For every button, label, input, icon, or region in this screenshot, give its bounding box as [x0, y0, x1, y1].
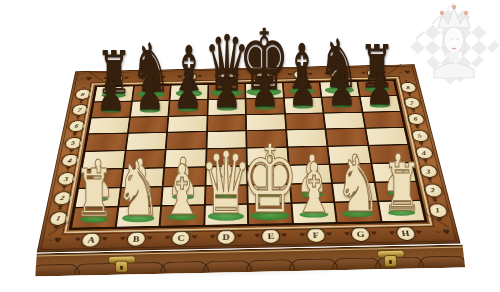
square-a2 [75, 187, 121, 208]
file-label-d: D [217, 230, 234, 244]
square-h3 [371, 162, 417, 182]
border-ornament: ♥ [85, 76, 93, 81]
rank-label-cell-left: ♥4♥ [54, 151, 84, 170]
border-ornament: ♥ [415, 230, 422, 236]
border-ornament: ♥ [214, 74, 219, 78]
border-ornament: ♥ [442, 228, 452, 236]
square-f6 [285, 113, 326, 130]
chess-board: ~♥♥A♥♥B♥♥C♥♥D♥♥E♥♥F♥♥G♥♥H♥~♥♥8♥♥8♥♥7♥♥7♥… [37, 64, 461, 252]
border-ornament: ♥ [423, 162, 430, 165]
square-b6 [127, 116, 168, 133]
rank-label-right-8: 8 [400, 83, 416, 93]
border-ornament: ♥ [344, 72, 350, 76]
square-d1 [204, 204, 248, 225]
border-ornament: ♥ [72, 134, 78, 137]
square-b4 [123, 150, 166, 169]
border-ornament: ♥ [209, 234, 215, 240]
wooden-chess-box: ~♥♥A♥♥B♥♥C♥♥D♥♥E♥♥F♥♥G♥♥H♥~♥♥8♥♥8♥♥7♥♥7♥… [0, 0, 500, 292]
square-a6 [88, 117, 130, 134]
rank-label-left-6: 6 [68, 121, 85, 131]
square-f3 [288, 164, 332, 184]
border-ornament: ♥ [191, 235, 197, 241]
square-g4 [327, 145, 371, 164]
square-e3 [247, 165, 290, 185]
square-e1 [248, 203, 293, 224]
border-ornament: ♥ [236, 234, 242, 240]
border-ornament: ♥ [404, 70, 412, 75]
square-c4 [164, 149, 206, 168]
border-ornament: ♥ [324, 72, 330, 76]
rank-label-left-8: 8 [75, 90, 91, 100]
rank-label-cell-right: ♥1♥ [421, 200, 455, 221]
file-label-cell-near: ♥H♥ [381, 221, 431, 245]
border-ornament: ♥ [414, 127, 420, 130]
border-ornament: ♥ [103, 77, 109, 81]
square-a1 [71, 207, 118, 229]
scallop-ornament [418, 255, 465, 267]
square-a3 [78, 168, 123, 188]
square-g5 [325, 128, 368, 146]
file-label-far-d: D [221, 72, 233, 80]
file-label-g: G [351, 227, 370, 241]
corner-ornament: ~♥ [390, 64, 418, 80]
file-label-c: C [172, 231, 189, 245]
border-ornament: ♥ [254, 233, 260, 239]
file-label-cell-far: ♥D♥ [208, 68, 245, 84]
file-label-far-b: B [147, 73, 160, 81]
file-label-cell-near: ♥D♥ [203, 225, 248, 249]
border-ornament: ♥ [361, 71, 367, 75]
file-label-e: E [262, 229, 279, 243]
border-ornament: ♥ [299, 232, 306, 238]
square-d8 [208, 84, 246, 100]
file-label-f: F [307, 228, 325, 242]
rank-label-right-2: 2 [423, 184, 442, 196]
rank-label-left-7: 7 [71, 105, 87, 115]
file-label-cell-far: ♥C♥ [171, 69, 209, 85]
square-b2 [118, 186, 163, 207]
border-ornament: ♥ [197, 75, 202, 79]
square-e7 [246, 98, 285, 115]
brass-clasp-right [378, 251, 404, 269]
scallop-ornament [160, 261, 209, 273]
square-g7 [321, 96, 362, 113]
square-d4 [206, 148, 247, 167]
rank-label-cell-right: ♥7♥ [397, 95, 426, 111]
square-f2 [290, 183, 335, 203]
border-ornament: ♥ [251, 74, 256, 78]
rank-label-cell-left: ♥7♥ [65, 102, 93, 118]
rank-label-cell-left: ♥6♥ [62, 118, 91, 135]
square-d3 [205, 166, 247, 186]
border-ornament: ♥ [53, 236, 62, 244]
rank-label-left-4: 4 [61, 155, 78, 166]
file-label-cell-near: ♥E♥ [248, 224, 294, 248]
rank-label-cell-left: ♥3♥ [50, 169, 81, 188]
square-d5 [206, 131, 246, 149]
border-ornament: ♥ [411, 111, 417, 114]
square-c6 [167, 115, 207, 132]
border-ornament: ♥ [326, 232, 333, 238]
square-b7 [130, 100, 170, 117]
square-h8 [357, 80, 398, 96]
border-ornament: ♥ [124, 76, 130, 80]
border-ornament: ♥ [344, 231, 351, 237]
square-b3 [120, 168, 164, 188]
square-a8 [94, 86, 134, 102]
square-h1 [378, 201, 426, 222]
rank-label-right-7: 7 [403, 98, 420, 108]
border-ornament: ♥ [61, 188, 68, 191]
square-e2 [247, 184, 291, 204]
border-ornament: ♥ [57, 208, 64, 212]
file-label-far-c: C [184, 73, 197, 81]
rank-label-cell-left: ♥1♥ [42, 208, 75, 229]
scallop-ornament [246, 259, 295, 271]
border-ornament: ♥ [271, 73, 276, 77]
border-ornament: ♥ [287, 73, 292, 77]
file-label-far-a: A [110, 74, 123, 82]
border-ornament: ♥ [146, 236, 153, 242]
rank-label-right-6: 6 [407, 114, 424, 124]
rank-label-left-2: 2 [53, 192, 71, 204]
rank-label-cell-right: ♥6♥ [401, 111, 431, 128]
file-label-cell-far: ♥G♥ [318, 66, 357, 82]
file-label-cell-near: ♥C♥ [158, 226, 204, 250]
square-g6 [323, 112, 365, 129]
square-h4 [368, 145, 412, 164]
file-label-cell-far: ♥F♥ [281, 66, 319, 82]
square-e5 [246, 130, 287, 148]
square-f8 [282, 82, 321, 98]
border-ornament: ♥ [308, 72, 313, 76]
square-c5 [166, 132, 207, 150]
rank-label-cell-right: ♥8♥ [394, 80, 422, 96]
border-ornament: ♥ [281, 233, 288, 239]
scallop-ornament [289, 258, 338, 270]
border-ornament: ♥ [101, 236, 108, 242]
rank-label-right-5: 5 [411, 130, 428, 141]
square-c1 [160, 205, 205, 226]
border-ornament: ♥ [427, 180, 434, 183]
square-f1 [291, 202, 337, 223]
file-label-h: H [396, 226, 415, 240]
scallop-ornament [332, 257, 381, 269]
file-label-cell-far: ♥A♥ [96, 70, 135, 87]
square-g1 [334, 201, 381, 222]
square-a7 [91, 101, 132, 118]
rank-label-cell-right: ♥5♥ [405, 127, 435, 145]
border-ornament: ♥ [371, 231, 378, 237]
border-ornament: ♥ [75, 118, 81, 121]
rank-label-right-1: 1 [428, 204, 447, 217]
square-d2 [204, 185, 247, 206]
square-b8 [132, 85, 171, 101]
square-d7 [207, 99, 246, 116]
border-ornament: ♥ [119, 236, 126, 242]
border-ornament: ♥ [432, 200, 439, 204]
chess-set-photo: ~♥♥A♥♥B♥♥C♥♥D♥♥E♥♥F♥♥G♥♥H♥~♥♥8♥♥8♥♥7♥♥7♥… [0, 0, 500, 292]
square-g3 [330, 163, 375, 183]
square-f7 [283, 97, 323, 114]
border-ornament: ♥ [140, 76, 146, 80]
square-b1 [115, 206, 161, 228]
square-e4 [247, 147, 289, 166]
square-f5 [286, 129, 328, 147]
file-label-far-f: F [294, 70, 307, 78]
rank-label-cell-left: ♥2♥ [46, 188, 78, 208]
rank-label-left-5: 5 [65, 138, 82, 149]
square-f4 [287, 146, 330, 165]
file-label-far-g: G [330, 70, 343, 78]
brass-clasp-left [109, 256, 135, 274]
rank-label-cell-right: ♥3♥ [412, 162, 444, 181]
square-c7 [168, 99, 207, 116]
border-ornament: ♥ [74, 237, 81, 243]
square-h5 [365, 127, 408, 145]
square-b5 [125, 132, 167, 150]
square-c8 [170, 84, 208, 100]
file-label-b: B [127, 232, 145, 246]
scallop-ornament [203, 260, 252, 272]
border-ornament: ♥ [388, 230, 395, 236]
square-h7 [359, 95, 400, 111]
file-label-cell-far: ♥B♥ [134, 69, 172, 85]
square-e8 [245, 83, 283, 99]
rank-label-cell-right: ♥4♥ [408, 144, 439, 162]
square-c3 [163, 167, 206, 187]
border-ornament: ♥ [234, 74, 239, 78]
rank-label-right-4: 4 [415, 148, 433, 159]
rank-label-left-3: 3 [57, 173, 75, 185]
square-g8 [320, 81, 360, 97]
rank-label-right-3: 3 [419, 165, 437, 177]
file-label-cell-near: ♥B♥ [112, 227, 159, 251]
square-g2 [332, 182, 378, 202]
rank-label-cell-left: ♥5♥ [58, 134, 88, 152]
square-c2 [161, 185, 205, 206]
rank-label-cell-left: ♥8♥ [69, 87, 97, 103]
file-label-far-h: H [367, 69, 381, 77]
square-h6 [362, 111, 404, 128]
square-e6 [246, 114, 286, 131]
file-label-a: A [82, 233, 101, 247]
file-label-cell-near: ♥F♥ [292, 223, 339, 247]
border-ornament: ♥ [177, 75, 182, 79]
file-label-cell-near: ♥A♥ [67, 227, 116, 251]
square-d6 [207, 114, 247, 131]
square-a5 [85, 133, 128, 151]
file-label-cell-far: ♥E♥ [245, 67, 283, 83]
square-h2 [374, 181, 421, 201]
corner-ornament: ~♥ [72, 71, 99, 87]
border-ornament: ♥ [64, 169, 71, 172]
file-label-far-e: E [257, 71, 269, 79]
border-ornament: ♥ [164, 235, 171, 241]
rank-label-cell-right: ♥2♥ [416, 180, 449, 200]
square-a4 [82, 150, 126, 169]
file-label-cell-near: ♥G♥ [337, 222, 385, 246]
border-ornament: ♥ [161, 75, 166, 79]
